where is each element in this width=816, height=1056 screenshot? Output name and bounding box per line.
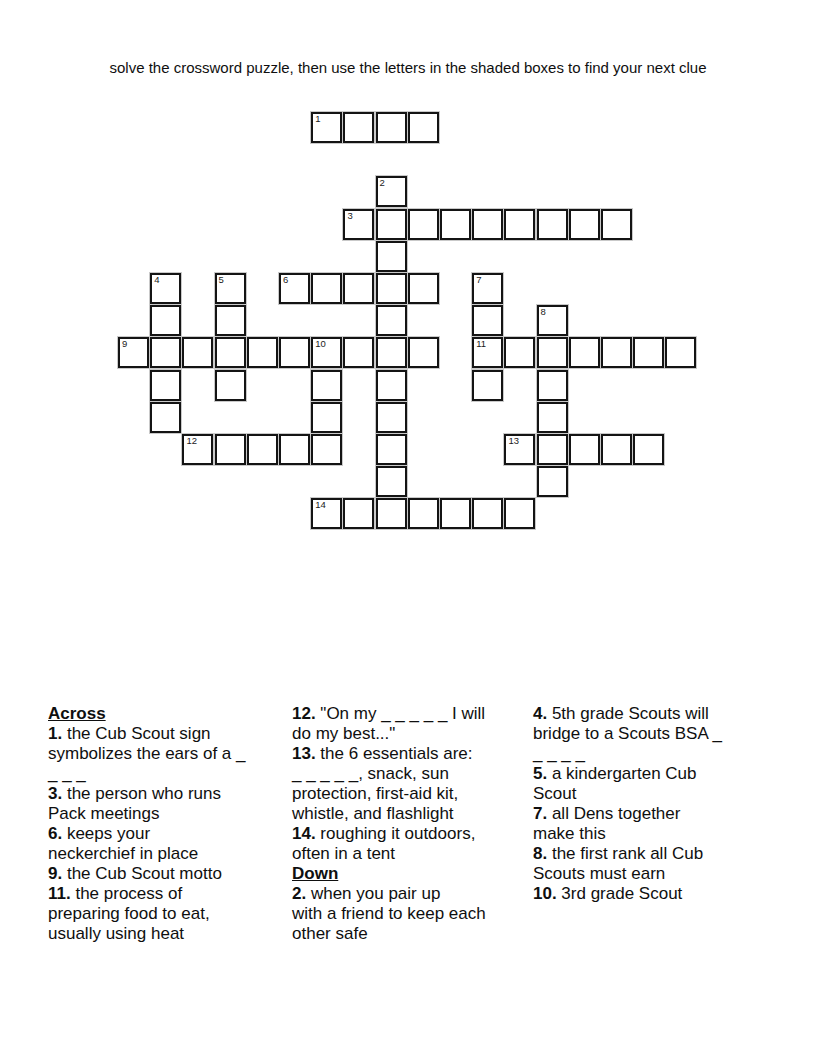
clue-14-line-2: often in a tent: [292, 844, 486, 864]
grid-cell[interactable]: [472, 498, 503, 529]
grid-cell[interactable]: [408, 498, 439, 529]
grid-cell[interactable]: [215, 370, 246, 401]
grid-number-14: 14: [315, 500, 326, 510]
grid-cell[interactable]: [343, 273, 374, 304]
clue-2-line-3: other safe: [292, 924, 486, 944]
grid-cell[interactable]: [633, 434, 664, 465]
grid-cell[interactable]: [601, 337, 632, 368]
grid-number-1: 1: [315, 114, 320, 124]
grid-cell[interactable]: [343, 337, 374, 368]
clue-5-line-2: Scout: [533, 784, 722, 804]
grid-cell[interactable]: [537, 434, 568, 465]
grid-cell[interactable]: [472, 370, 503, 401]
clue-1-line-2: symbolizes the ears of a _: [48, 744, 245, 764]
clue-13-line-1: 13. the 6 essentials are:: [292, 744, 486, 764]
clue-6-line-1: 6. keeps your: [48, 824, 245, 844]
grid-cell[interactable]: [150, 402, 181, 433]
clue-4-line-3: _ _ _ _: [533, 744, 722, 764]
grid-number-7: 7: [476, 275, 481, 285]
clue-5: 5. a kindergarten CubScout: [533, 764, 722, 804]
clue-9-line-1: 9. the Cub Scout motto: [48, 864, 245, 884]
grid-number-9: 9: [122, 339, 127, 349]
clue-11-line-3: usually using heat: [48, 924, 245, 944]
grid-cell[interactable]: [537, 402, 568, 433]
grid-cell[interactable]: [537, 209, 568, 240]
grid-cell[interactable]: [247, 434, 278, 465]
grid-cell[interactable]: [376, 370, 407, 401]
clue-12: 12. "On my _ _ _ _ _ I willdo my best...…: [292, 704, 486, 744]
puzzle-instructions: solve the crossword puzzle, then use the…: [0, 59, 816, 77]
grid-cell[interactable]: [279, 337, 310, 368]
clue-10: 10. 3rd grade Scout: [533, 884, 722, 904]
grid-cell[interactable]: [665, 337, 696, 368]
clue-number-label: 5.: [533, 764, 547, 783]
clue-14-line-1: 14. roughing it outdoors,: [292, 824, 486, 844]
clue-number-label: 13.: [292, 744, 316, 763]
clue-number-label: 1.: [48, 724, 62, 743]
clue-1: 1. the Cub Scout signsymbolizes the ears…: [48, 724, 245, 784]
clue-10-line-1: 10. 3rd grade Scout: [533, 884, 722, 904]
grid-cell[interactable]: [311, 402, 342, 433]
clue-number-label: 4.: [533, 704, 547, 723]
crossword-grid: 1234567891011121314: [118, 112, 698, 531]
grid-cell[interactable]: [601, 209, 632, 240]
grid-cell[interactable]: [472, 209, 503, 240]
grid-cell[interactable]: [215, 337, 246, 368]
grid-cell[interactable]: [311, 434, 342, 465]
clue-13-line-2: _ _ _ _ _, snack, sun: [292, 764, 486, 784]
clue-8: 8. the first rank all CubScouts must ear…: [533, 844, 722, 884]
grid-cell[interactable]: [440, 498, 471, 529]
clue-7: 7. all Dens togethermake this: [533, 804, 722, 844]
grid-cell[interactable]: [376, 466, 407, 497]
grid-cell[interactable]: [311, 370, 342, 401]
clue-2-line-1: 2. when you pair up: [292, 884, 486, 904]
clue-number-label: 6.: [48, 824, 62, 843]
clue-7-line-2: make this: [533, 824, 722, 844]
grid-cell[interactable]: [569, 434, 600, 465]
clue-3-line-2: Pack meetings: [48, 804, 245, 824]
clue-4: 4. 5th grade Scouts willbridge to a Scou…: [533, 704, 722, 764]
grid-cell[interactable]: [311, 273, 342, 304]
grid-cell[interactable]: [376, 112, 407, 143]
grid-cell[interactable]: [376, 402, 407, 433]
clue-13-line-4: whistle, and flashlight: [292, 804, 486, 824]
grid-cell[interactable]: [537, 466, 568, 497]
grid-cell[interactable]: [569, 337, 600, 368]
clue-13-line-3: protection, first-aid kit,: [292, 784, 486, 804]
grid-cell[interactable]: [215, 305, 246, 336]
grid-cell[interactable]: [504, 209, 535, 240]
grid-cell[interactable]: [150, 305, 181, 336]
grid-cell[interactable]: [247, 337, 278, 368]
clues-column-1: Across1. the Cub Scout signsymbolizes th…: [48, 704, 245, 944]
clue-11: 11. the process ofpreparing food to eat,…: [48, 884, 245, 944]
grid-cell[interactable]: [504, 498, 535, 529]
crossword-page: { "game": "crossword", "title": "solve t…: [0, 0, 816, 1056]
grid-cell[interactable]: [569, 209, 600, 240]
clues-heading-down: Down: [292, 864, 486, 884]
grid-cell[interactable]: [376, 305, 407, 336]
clue-number-label: 12.: [292, 704, 316, 723]
grid-cell[interactable]: [376, 337, 407, 368]
grid-number-11: 11: [476, 339, 486, 349]
grid-number-4: 4: [154, 275, 159, 285]
grid-cell[interactable]: [376, 209, 407, 240]
clue-number-label: 10.: [533, 884, 557, 903]
clue-2-line-2: with a friend to keep each: [292, 904, 486, 924]
grid-number-5: 5: [219, 275, 224, 285]
clue-number-label: 9.: [48, 864, 62, 883]
grid-cell[interactable]: [601, 434, 632, 465]
clue-1-line-1: 1. the Cub Scout sign: [48, 724, 245, 744]
grid-cell[interactable]: [537, 370, 568, 401]
grid-cell[interactable]: [408, 273, 439, 304]
grid-cell[interactable]: [408, 209, 439, 240]
grid-cell[interactable]: [215, 434, 246, 465]
clue-1-line-3: _ _ _: [48, 764, 245, 784]
grid-number-8: 8: [541, 307, 546, 317]
grid-cell[interactable]: [633, 337, 664, 368]
clue-4-line-2: bridge to a Scouts BSA _: [533, 724, 722, 744]
clue-6-line-2: neckerchief in place: [48, 844, 245, 864]
clue-number-label: 2.: [292, 884, 306, 903]
grid-cell[interactable]: [376, 498, 407, 529]
clue-12-line-1: 12. "On my _ _ _ _ _ I will: [292, 704, 486, 724]
grid-cell[interactable]: [504, 337, 535, 368]
clue-9: 9. the Cub Scout motto: [48, 864, 245, 884]
grid-cell[interactable]: [343, 112, 374, 143]
grid-cell[interactable]: [408, 337, 439, 368]
grid-cell[interactable]: [537, 337, 568, 368]
grid-cell[interactable]: [376, 241, 407, 272]
grid-cell[interactable]: [440, 209, 471, 240]
clue-8-line-1: 8. the first rank all Cub: [533, 844, 722, 864]
clue-2: 2. when you pair upwith a friend to keep…: [292, 884, 486, 944]
clue-number-label: 11.: [48, 884, 71, 903]
grid-cell[interactable]: [472, 305, 503, 336]
grid-number-13: 13: [508, 436, 519, 446]
clue-11-line-2: preparing food to eat,: [48, 904, 245, 924]
clue-8-line-2: Scouts must earn: [533, 864, 722, 884]
grid-cell[interactable]: [376, 273, 407, 304]
clue-number-label: 7.: [533, 804, 547, 823]
clues-heading-across: Across: [48, 704, 245, 724]
grid-number-6: 6: [283, 275, 288, 285]
clue-11-line-1: 11. the process of: [48, 884, 245, 904]
grid-cell[interactable]: [279, 434, 310, 465]
clue-3-line-1: 3. the person who runs: [48, 784, 245, 804]
clues-column-3: 4. 5th grade Scouts willbridge to a Scou…: [533, 704, 722, 904]
grid-cell[interactable]: [182, 337, 213, 368]
clue-3: 3. the person who runsPack meetings: [48, 784, 245, 824]
grid-number-2: 2: [380, 178, 385, 188]
clue-14: 14. roughing it outdoors,often in a tent: [292, 824, 486, 864]
clue-12-line-2: do my best...": [292, 724, 486, 744]
clue-number-label: 14.: [292, 824, 316, 843]
clue-4-line-1: 4. 5th grade Scouts will: [533, 704, 722, 724]
clue-6: 6. keeps yourneckerchief in place: [48, 824, 245, 864]
grid-cell[interactable]: [343, 498, 374, 529]
clues-column-2: 12. "On my _ _ _ _ _ I willdo my best...…: [292, 704, 486, 944]
clue-5-line-1: 5. a kindergarten Cub: [533, 764, 722, 784]
grid-cell[interactable]: [408, 112, 439, 143]
grid-cell[interactable]: [376, 434, 407, 465]
clue-13: 13. the 6 essentials are:_ _ _ _ _, snac…: [292, 744, 486, 824]
grid-number-3: 3: [347, 211, 352, 221]
clue-number-label: 8.: [533, 844, 547, 863]
clue-number-label: 3.: [48, 784, 62, 803]
grid-cell[interactable]: [150, 370, 181, 401]
grid-number-12: 12: [186, 436, 197, 446]
grid-number-10: 10: [315, 339, 326, 349]
grid-cell[interactable]: [150, 337, 181, 368]
clue-7-line-1: 7. all Dens together: [533, 804, 722, 824]
